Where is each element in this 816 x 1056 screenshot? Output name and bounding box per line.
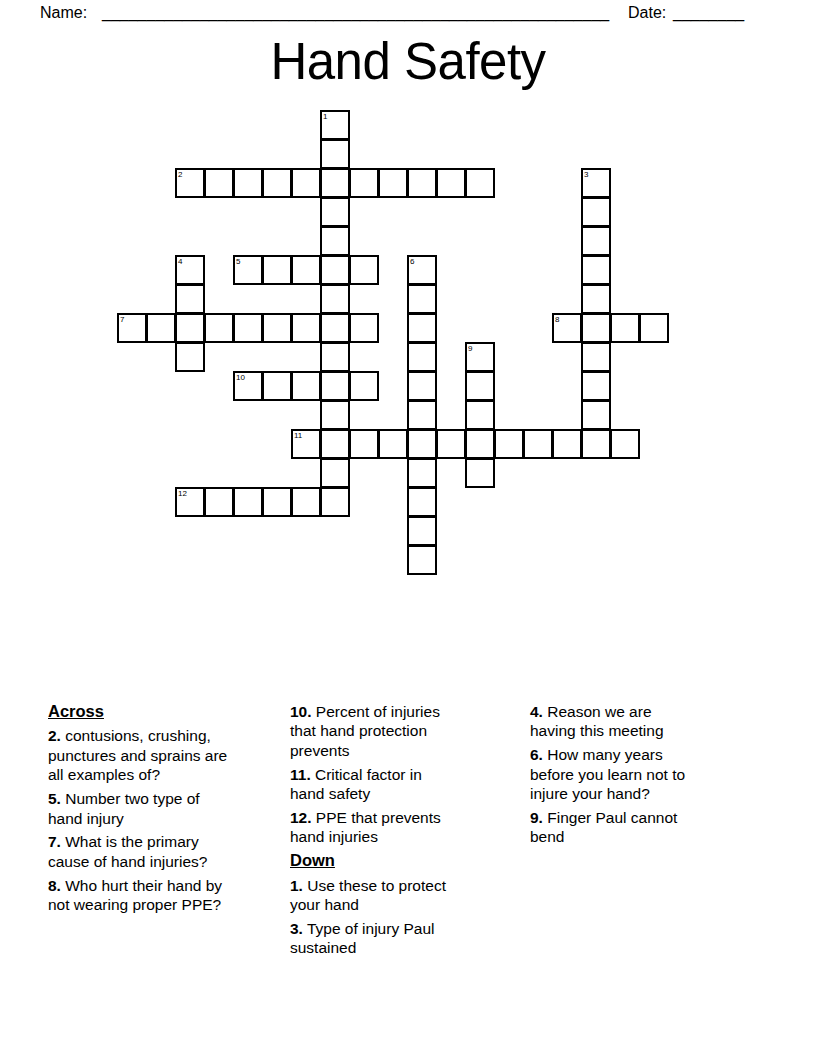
grid-cell[interactable]: 5 [233,255,263,285]
grid-cell[interactable] [320,284,350,314]
clue-number-label: 6. [530,746,543,763]
clue-number-label: 3. [290,920,303,937]
clue-across-5: 5. Number two type of hand injury [48,789,232,828]
grid-cell[interactable] [465,400,495,430]
grid-cell[interactable] [407,313,437,343]
grid-cell[interactable] [465,458,495,488]
grid-cell[interactable] [320,342,350,372]
clue-text: Number two type of hand injury [48,790,200,826]
grid-cell[interactable] [349,168,379,198]
clue-text: How many years before you learn not to i… [530,746,685,802]
clue-text: Finger Paul cannot bend [530,809,677,845]
grid-cell[interactable] [407,342,437,372]
grid-cell[interactable] [320,313,350,343]
across-heading: Across [48,702,232,721]
grid-cell[interactable] [262,313,292,343]
clue-number: 3 [584,170,588,179]
clue-text: Use these to protect your hand [290,877,446,913]
grid-cell[interactable] [581,197,611,227]
clue-number: 8 [555,315,559,324]
grid-cell[interactable] [407,429,437,459]
clue-number-label: 4. [530,703,543,720]
grid-cell[interactable] [291,168,321,198]
grid-cell[interactable] [407,458,437,488]
clue-down-1: 1. Use these to protect your hand [290,876,459,915]
grid-cell[interactable]: 8 [552,313,582,343]
clue-number-label: 10. [290,703,312,720]
grid-cell[interactable] [320,371,350,401]
clue-across-2: 2. contusions, crushing, punctures and s… [48,726,232,784]
date-blank-line: ________ [673,3,744,22]
grid-cell[interactable] [378,429,408,459]
name-blank-line: ________________________________________… [102,3,609,22]
clue-across-10: 10. Percent of injuries that hand protec… [290,702,459,760]
grid-cell[interactable] [407,516,437,546]
grid-cell[interactable] [233,168,263,198]
grid-cell[interactable] [320,168,350,198]
grid-cell[interactable] [436,168,466,198]
clue-number: 12 [178,489,187,498]
grid-cell[interactable] [581,400,611,430]
clue-down-4: 4. Reason we are having this meeting [530,702,696,741]
grid-cell[interactable] [175,313,205,343]
grid-cell[interactable] [233,487,263,517]
grid-cell[interactable] [407,545,437,575]
clue-number-label: 9. [530,809,543,826]
grid-cell[interactable]: 4 [175,255,205,285]
grid-cell[interactable] [610,429,640,459]
grid-cell[interactable] [204,313,234,343]
grid-cell[interactable] [581,255,611,285]
grid-cell[interactable] [639,313,669,343]
grid-cell[interactable] [581,429,611,459]
grid-cell[interactable] [320,458,350,488]
crossword-grid: 123456789101112 [117,110,670,576]
grid-cell[interactable] [320,400,350,430]
clue-text: Percent of injuries that hand protection… [290,703,440,759]
clues-column-3: 4. Reason we are having this meeting6. H… [530,702,696,851]
grid-cell[interactable] [581,371,611,401]
clue-number: 7 [120,315,124,324]
grid-cell[interactable] [581,226,611,256]
clue-across-7: 7. What is the primary cause of hand inj… [48,832,232,871]
grid-cell[interactable]: 10 [233,371,263,401]
clue-number: 10 [236,373,245,382]
grid-cell[interactable] [407,284,437,314]
grid-cell[interactable] [262,487,292,517]
clue-text: PPE that prevents hand injuries [290,809,441,845]
grid-cell[interactable] [407,168,437,198]
clue-number-label: 7. [48,833,61,850]
grid-cell[interactable] [610,313,640,343]
grid-cell[interactable] [581,284,611,314]
name-label: Name: [40,3,87,22]
grid-cell[interactable] [320,255,350,285]
grid-cell[interactable]: 7 [117,313,147,343]
grid-cell[interactable]: 12 [175,487,205,517]
clue-down-6: 6. How many years before you learn not t… [530,745,696,803]
grid-cell[interactable] [465,168,495,198]
clue-number-label: 5. [48,790,61,807]
clue-number: 5 [236,257,240,266]
grid-cell[interactable] [320,139,350,169]
grid-cell[interactable] [349,313,379,343]
grid-cell[interactable] [436,429,466,459]
grid-cell[interactable]: 11 [291,429,321,459]
clue-text: Critical factor in hand safety [290,766,422,802]
grid-cell[interactable] [262,371,292,401]
grid-cell[interactable] [291,313,321,343]
grid-cell[interactable] [175,284,205,314]
grid-cell[interactable]: 1 [320,110,350,140]
clue-across-8: 8. Who hurt their hand by not wearing pr… [48,876,232,915]
clue-text: Reason we are having this meeting [530,703,664,739]
clue-text: Type of injury Paul sustained [290,920,434,956]
clue-down-3: 3. Type of injury Paul sustained [290,919,459,958]
clue-number: 9 [468,344,472,353]
grid-cell[interactable] [262,168,292,198]
clue-number: 1 [323,112,327,121]
grid-cell[interactable] [349,255,379,285]
grid-cell[interactable] [204,487,234,517]
grid-cell[interactable] [262,255,292,285]
grid-cell[interactable] [233,313,263,343]
page-title: Hand Safety [0,31,816,92]
clue-number: 6 [410,257,414,266]
grid-cell[interactable] [291,371,321,401]
clue-number-label: 1. [290,877,303,894]
grid-cell[interactable] [523,429,553,459]
date-label: Date: [628,3,666,22]
grid-cell[interactable]: 6 [407,255,437,285]
clues-column-2: 10. Percent of injuries that hand protec… [290,702,459,962]
grid-cell[interactable] [581,342,611,372]
clue-across-11: 11. Critical factor in hand safety [290,765,459,804]
clue-number: 4 [178,257,182,266]
grid-cell[interactable] [320,429,350,459]
clue-text: contusions, crushing, punctures and spra… [48,727,227,783]
grid-cell[interactable]: 9 [465,342,495,372]
grid-cell[interactable] [407,400,437,430]
grid-cell[interactable] [349,371,379,401]
grid-cell[interactable] [378,168,408,198]
grid-cell[interactable] [465,429,495,459]
grid-cell[interactable] [146,313,176,343]
clue-number-label: 2. [48,727,61,744]
grid-cell[interactable] [320,226,350,256]
clue-text: What is the primary cause of hand injuri… [48,833,207,869]
grid-cell[interactable] [320,197,350,227]
down-heading: Down [290,851,459,870]
clue-number: 11 [294,431,302,440]
grid-cell[interactable] [349,429,379,459]
clue-number-label: 8. [48,877,61,894]
clue-number-label: 11. [290,766,311,783]
clue-number-label: 12. [290,809,312,826]
clue-number: 2 [178,170,182,179]
grid-cell[interactable] [581,313,611,343]
grid-cell[interactable] [494,429,524,459]
grid-cell[interactable] [320,487,350,517]
grid-cell[interactable] [204,168,234,198]
clue-text: Who hurt their hand by not wearing prope… [48,877,222,913]
grid-cell[interactable] [291,255,321,285]
grid-cell[interactable] [407,487,437,517]
clues-column-1: Across2. contusions, crushing, punctures… [48,702,232,919]
grid-cell[interactable] [291,487,321,517]
clue-across-12: 12. PPE that prevents hand injuries [290,808,459,847]
clue-down-9: 9. Finger Paul cannot bend [530,808,696,847]
grid-cell[interactable] [465,371,495,401]
grid-cell[interactable]: 3 [581,168,611,198]
grid-cell[interactable] [175,342,205,372]
grid-cell[interactable] [407,371,437,401]
grid-cell[interactable]: 2 [175,168,205,198]
grid-cell[interactable] [552,429,582,459]
